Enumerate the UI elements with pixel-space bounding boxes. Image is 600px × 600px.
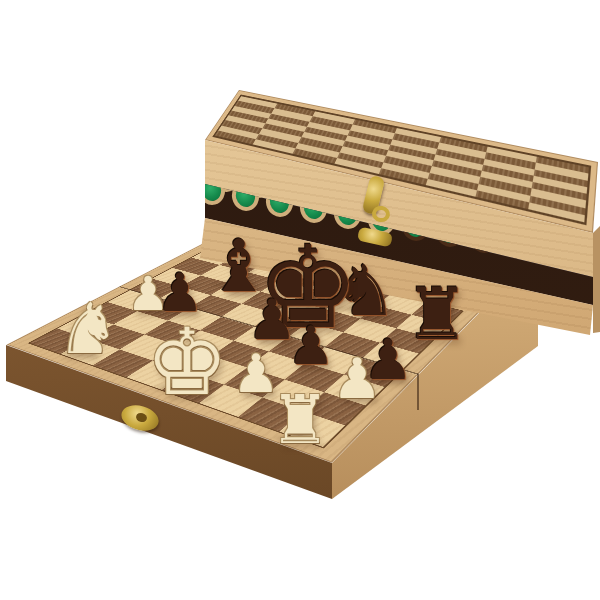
piece-white-rook-h1[interactable]: ♜ (270, 387, 330, 454)
piece-white-king-e2[interactable]: ♚ (146, 317, 228, 409)
piece-white-knight-b1[interactable]: ♞ (57, 294, 120, 364)
board-fold-seam-edge (417, 374, 419, 410)
piece-white-pawn-h3[interactable]: ♟ (332, 351, 382, 407)
piece-black-rook-h7[interactable]: ♜ (405, 278, 470, 350)
product-photo: ♝♟♟♞♚♜♟♞♟♟♟♚♟♜ (0, 0, 600, 600)
piece-black-pawn-g4[interactable]: ♟ (287, 319, 335, 372)
